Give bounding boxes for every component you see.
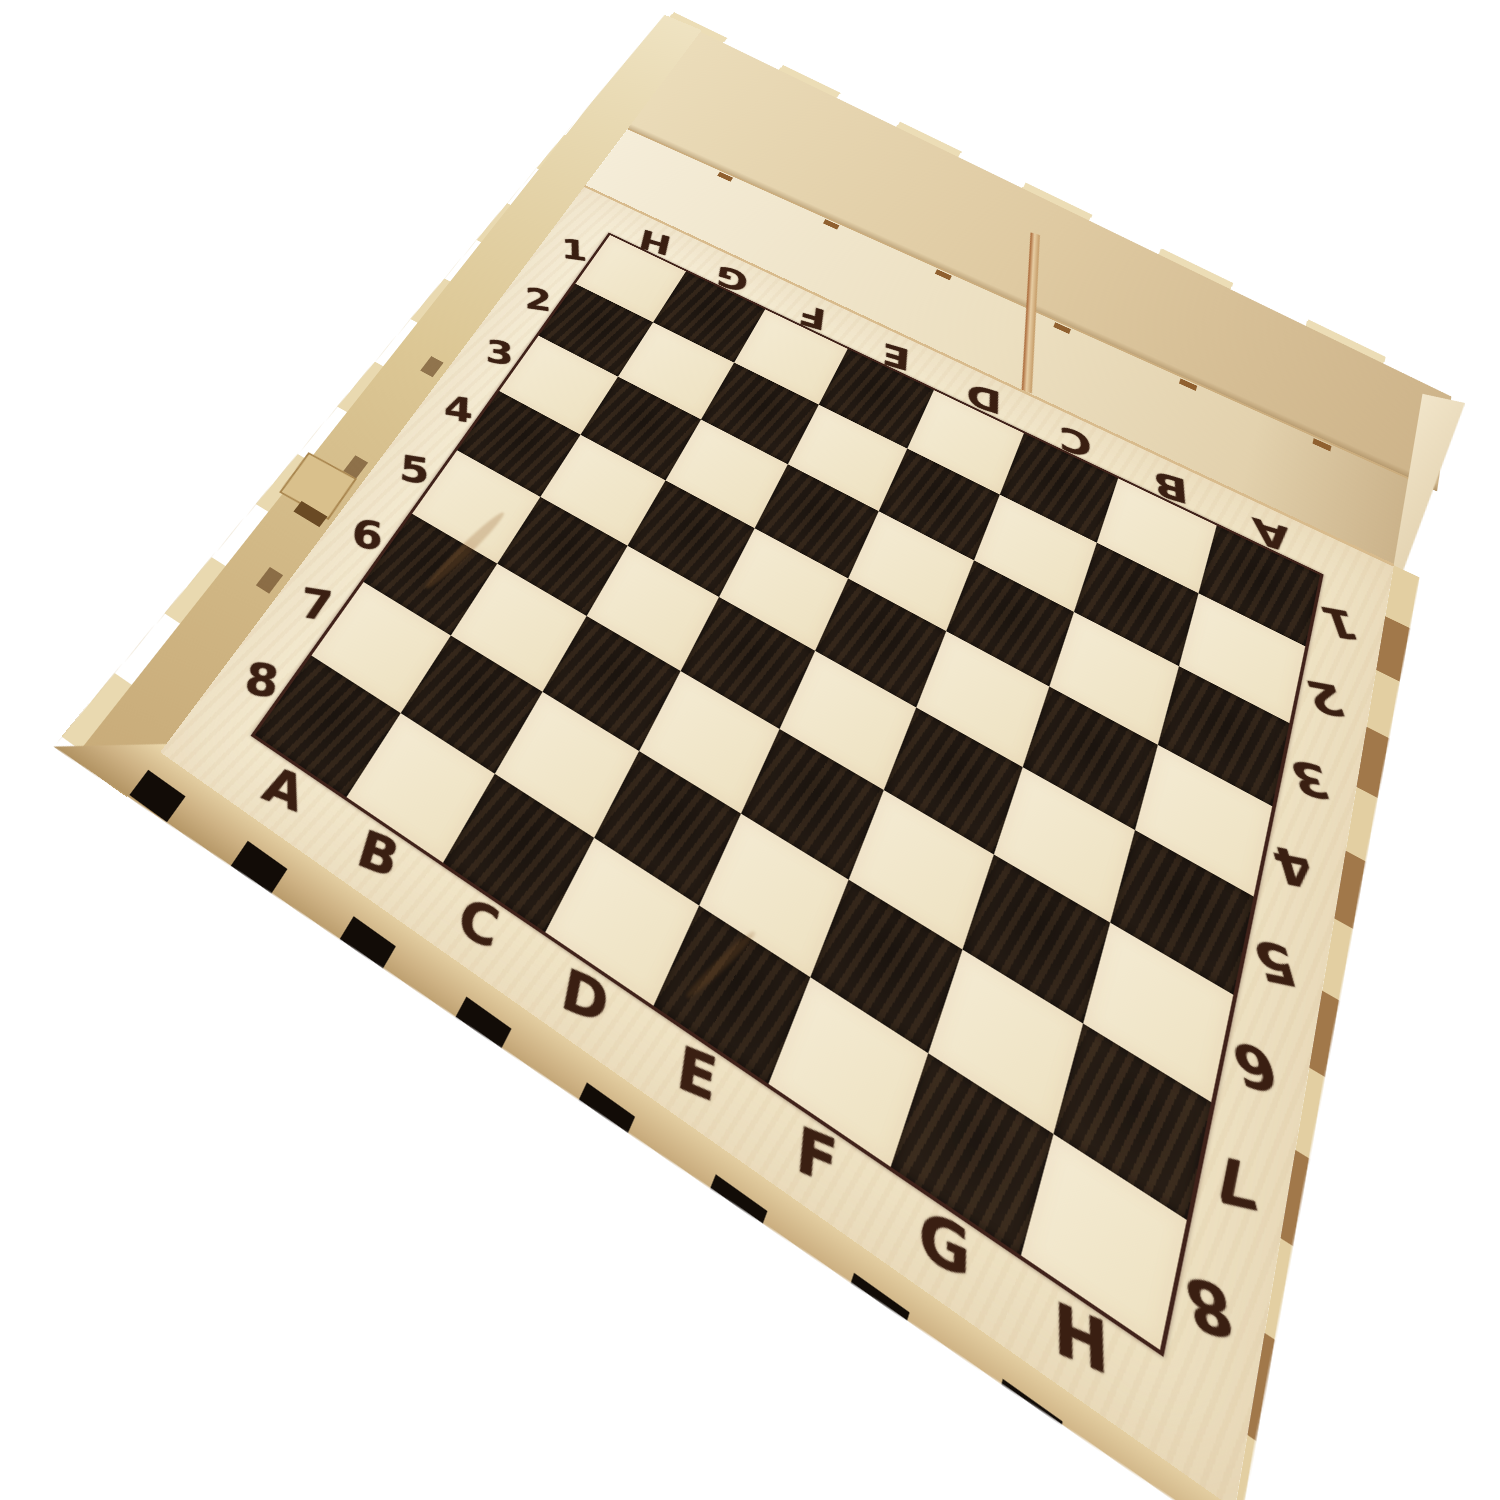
product-photo: HGFEDCBA ABCDEFGH 12345678 12345678 [0, 0, 1500, 1500]
